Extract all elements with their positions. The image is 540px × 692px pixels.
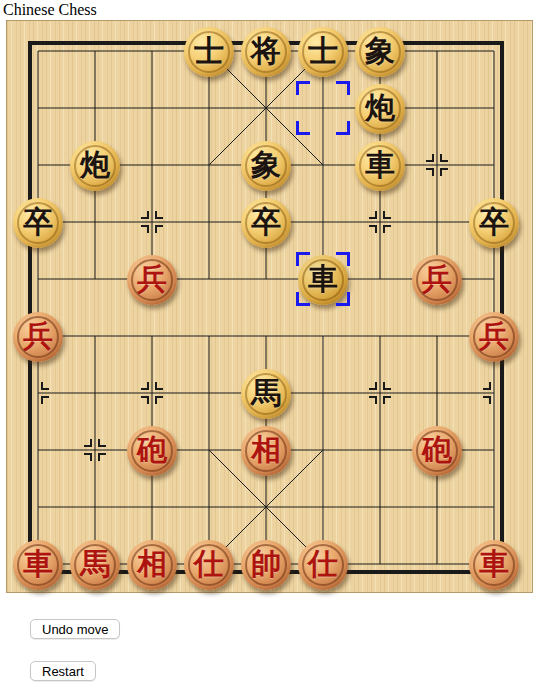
xiangqi-board[interactable]: 士将士象炮炮象車卒卒卒車兵兵兵兵馬砲相砲車馬相仕帥仕車 bbox=[6, 20, 533, 593]
piece-black-soldier[interactable]: 卒 bbox=[13, 198, 63, 248]
piece-glyph: 車 bbox=[479, 539, 509, 589]
board-grid bbox=[7, 21, 534, 594]
piece-red-cannon[interactable]: 砲 bbox=[412, 426, 462, 476]
piece-glyph: 象 bbox=[365, 26, 395, 76]
piece-red-chariot[interactable]: 車 bbox=[13, 540, 63, 590]
piece-black-horse[interactable]: 馬 bbox=[241, 369, 291, 419]
piece-black-elephant[interactable]: 象 bbox=[355, 27, 405, 77]
piece-black-soldier[interactable]: 卒 bbox=[241, 198, 291, 248]
piece-red-advisor[interactable]: 仕 bbox=[298, 540, 348, 590]
piece-glyph: 兵 bbox=[422, 254, 452, 304]
piece-black-general[interactable]: 将 bbox=[241, 27, 291, 77]
piece-glyph: 士 bbox=[308, 26, 338, 76]
piece-red-cannon[interactable]: 砲 bbox=[127, 426, 177, 476]
piece-glyph: 卒 bbox=[479, 197, 509, 247]
piece-glyph: 士 bbox=[194, 26, 224, 76]
piece-red-general[interactable]: 帥 bbox=[241, 540, 291, 590]
piece-glyph: 馬 bbox=[251, 368, 281, 418]
piece-glyph: 仕 bbox=[308, 539, 338, 589]
piece-red-soldier[interactable]: 兵 bbox=[412, 255, 462, 305]
piece-black-cannon[interactable]: 炮 bbox=[70, 141, 120, 191]
piece-black-cannon[interactable]: 炮 bbox=[355, 84, 405, 134]
piece-black-soldier[interactable]: 卒 bbox=[469, 198, 519, 248]
piece-glyph: 兵 bbox=[479, 311, 509, 361]
piece-black-elephant[interactable]: 象 bbox=[241, 141, 291, 191]
piece-glyph: 車 bbox=[308, 254, 338, 304]
piece-red-soldier[interactable]: 兵 bbox=[13, 312, 63, 362]
page-title: Chinese Chess bbox=[3, 0, 97, 19]
piece-red-chariot[interactable]: 車 bbox=[469, 540, 519, 590]
piece-glyph: 炮 bbox=[80, 140, 110, 190]
piece-glyph: 卒 bbox=[23, 197, 53, 247]
piece-glyph: 相 bbox=[251, 425, 281, 475]
piece-red-elephant[interactable]: 相 bbox=[127, 540, 177, 590]
piece-black-chariot[interactable]: 車 bbox=[298, 255, 348, 305]
piece-glyph: 馬 bbox=[80, 539, 110, 589]
piece-glyph: 相 bbox=[137, 539, 167, 589]
piece-glyph: 砲 bbox=[422, 425, 452, 475]
piece-black-advisor[interactable]: 士 bbox=[184, 27, 234, 77]
piece-glyph: 卒 bbox=[251, 197, 281, 247]
piece-glyph: 帥 bbox=[251, 539, 281, 589]
piece-red-soldier[interactable]: 兵 bbox=[127, 255, 177, 305]
piece-glyph: 仕 bbox=[194, 539, 224, 589]
piece-glyph: 炮 bbox=[365, 83, 395, 133]
undo-move-button[interactable]: Undo move bbox=[30, 619, 120, 639]
piece-glyph: 車 bbox=[23, 539, 53, 589]
piece-glyph: 砲 bbox=[137, 425, 167, 475]
piece-black-advisor[interactable]: 士 bbox=[298, 27, 348, 77]
piece-glyph: 兵 bbox=[137, 254, 167, 304]
piece-red-soldier[interactable]: 兵 bbox=[469, 312, 519, 362]
piece-red-elephant[interactable]: 相 bbox=[241, 426, 291, 476]
piece-red-advisor[interactable]: 仕 bbox=[184, 540, 234, 590]
restart-button[interactable]: Restart bbox=[30, 661, 96, 681]
piece-glyph: 車 bbox=[365, 140, 395, 190]
piece-glyph: 兵 bbox=[23, 311, 53, 361]
piece-black-chariot[interactable]: 車 bbox=[355, 141, 405, 191]
piece-glyph: 象 bbox=[251, 140, 281, 190]
piece-red-horse[interactable]: 馬 bbox=[70, 540, 120, 590]
piece-glyph: 将 bbox=[251, 26, 281, 76]
